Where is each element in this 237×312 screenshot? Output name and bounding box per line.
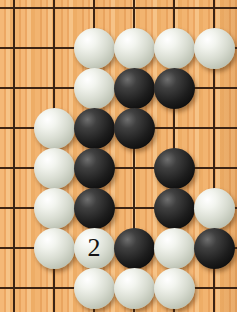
white-stone [154, 228, 195, 269]
white-stone [74, 268, 115, 309]
black-stone [114, 228, 155, 269]
white-stone [114, 268, 155, 309]
black-stone [154, 68, 195, 109]
white-stone [154, 268, 195, 309]
white-stone [74, 68, 115, 109]
white-stone [194, 28, 235, 69]
white-stone [194, 188, 235, 229]
black-stone [74, 188, 115, 229]
black-stone [154, 148, 195, 189]
black-stone [114, 68, 155, 109]
white-stone [34, 188, 75, 229]
black-stone [194, 228, 235, 269]
white-stone: 2 [74, 228, 115, 269]
black-stone [114, 108, 155, 149]
white-stone [114, 28, 155, 69]
white-stone [34, 108, 75, 149]
go-board[interactable]: 2 [0, 0, 237, 312]
black-stone [74, 108, 115, 149]
black-stone [74, 148, 115, 189]
black-stone [154, 188, 195, 229]
white-stone [154, 28, 195, 69]
move-number-label: 2 [88, 235, 101, 261]
white-stone [34, 148, 75, 189]
grid-line-horizontal [0, 7, 237, 9]
white-stone [34, 228, 75, 269]
white-stone [74, 28, 115, 69]
